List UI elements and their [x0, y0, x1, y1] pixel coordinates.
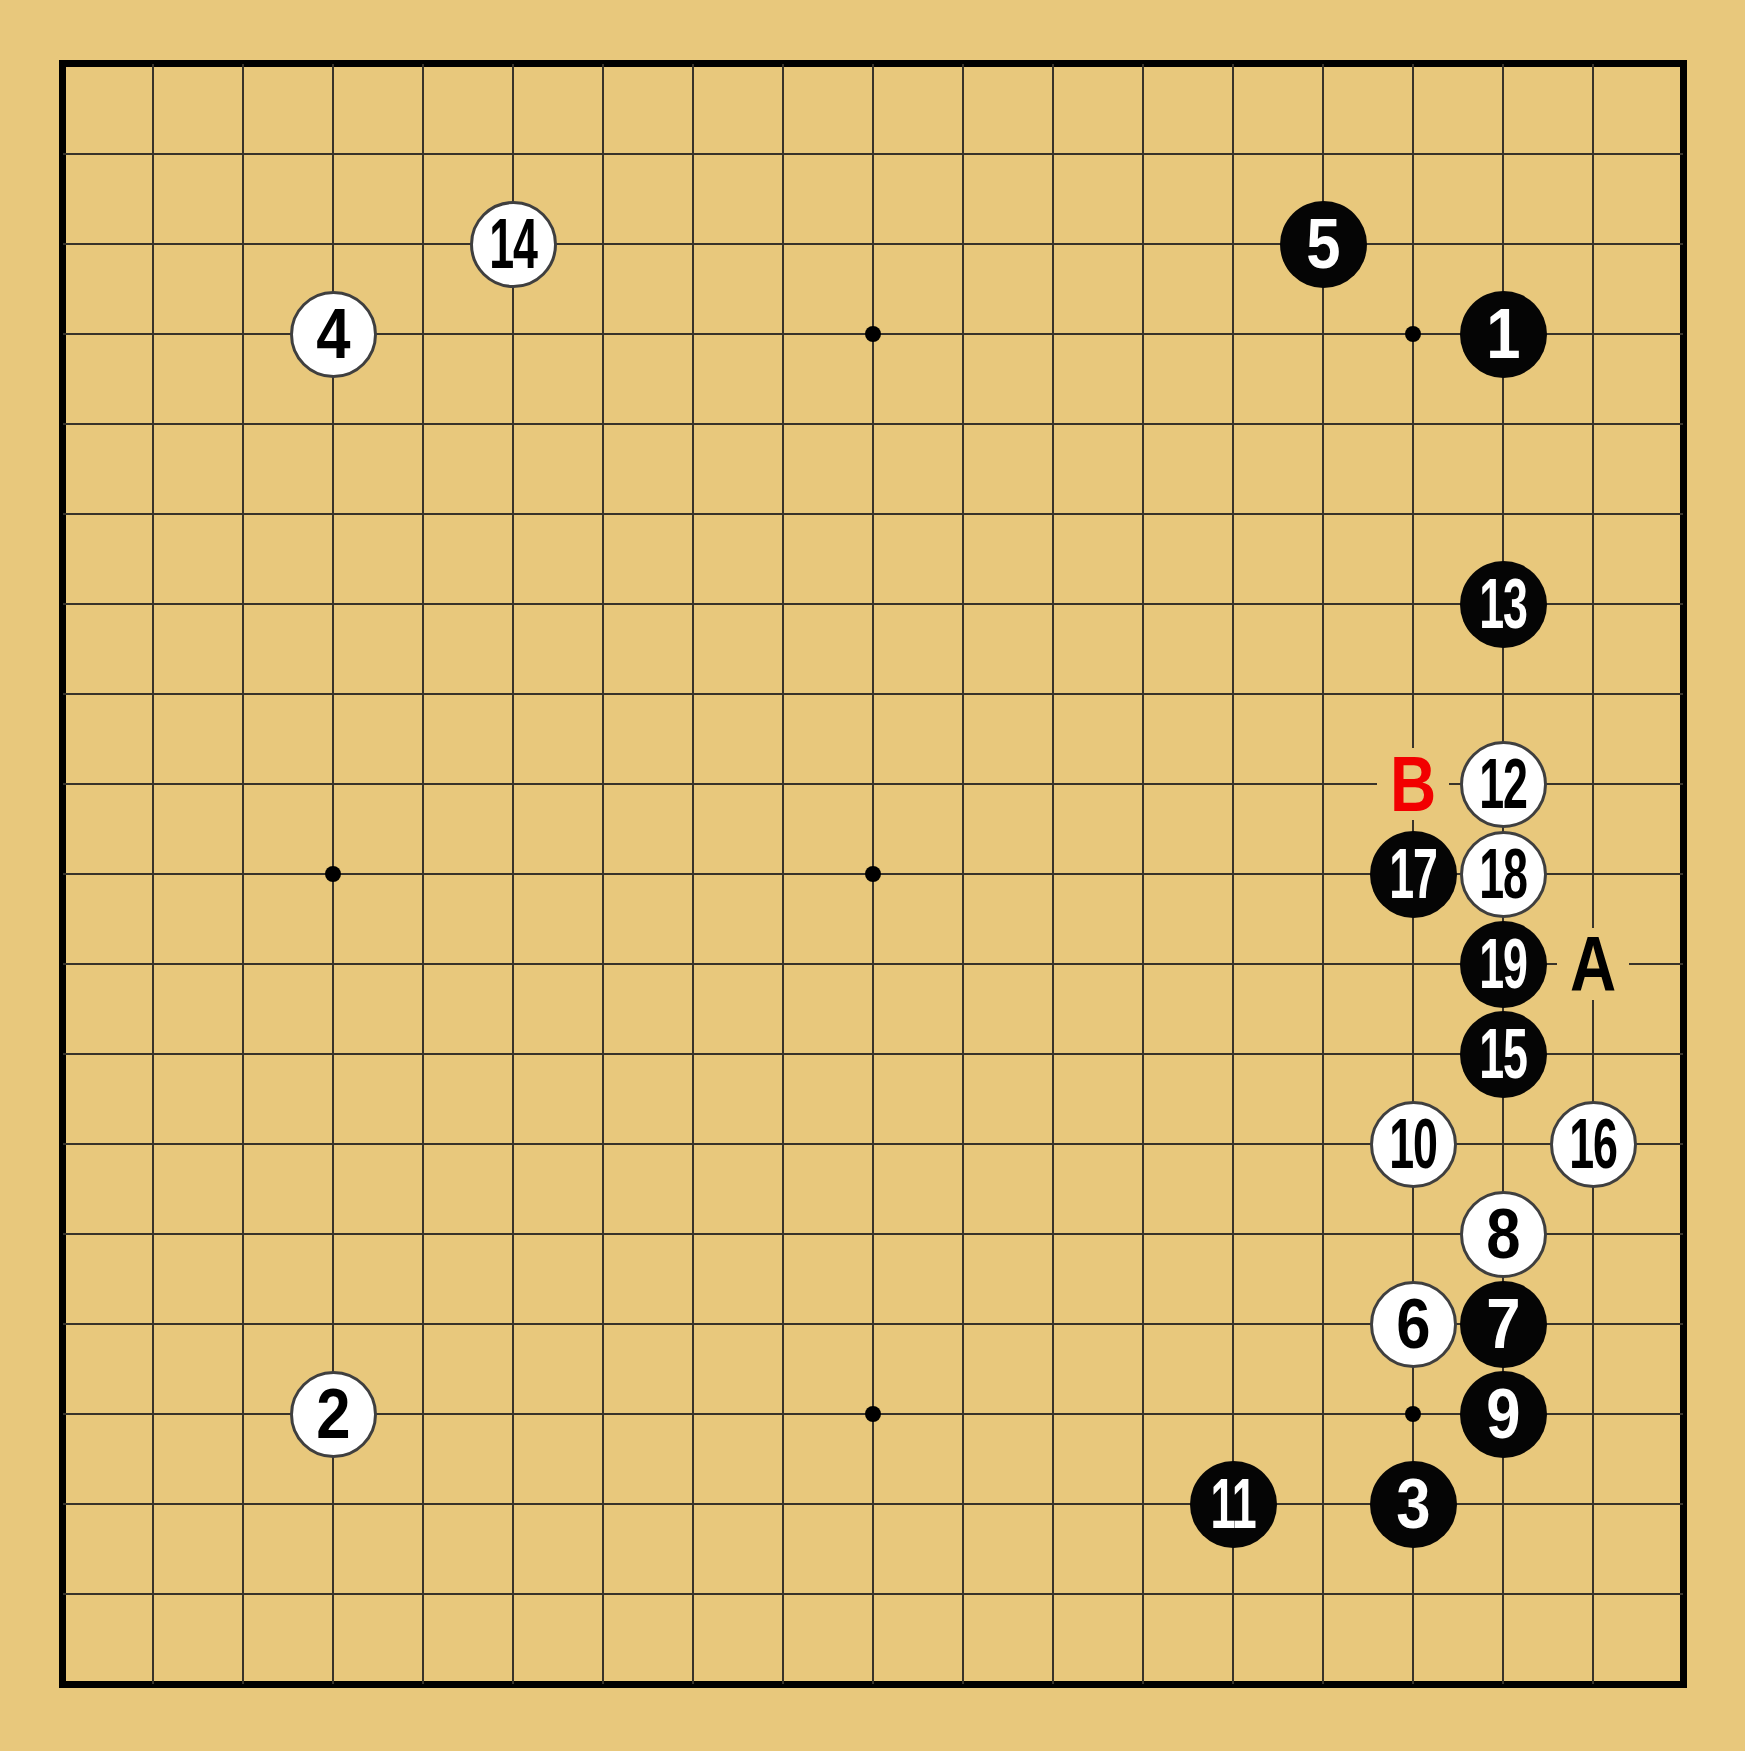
go-board: 12345678910111213141516171819AB: [18, 19, 1728, 1729]
stone-white-4: 4: [290, 291, 377, 378]
point-label-text: B: [1390, 745, 1436, 823]
stone-move-number: 9: [1486, 1379, 1520, 1449]
stone-white-2: 2: [290, 1371, 377, 1458]
stone-move-number: 5: [1306, 209, 1340, 279]
stone-white-16: 16: [1550, 1101, 1637, 1188]
point-label-A: A: [1557, 928, 1629, 1000]
stone-black-5: 5: [1280, 201, 1367, 288]
stone-white-18: 18: [1460, 831, 1547, 918]
stone-black-17: 17: [1370, 831, 1457, 918]
stone-move-number: 2: [316, 1379, 350, 1449]
go-diagram: 12345678910111213141516171819AB: [0, 0, 1745, 1751]
stone-white-8: 8: [1460, 1191, 1547, 1278]
stone-move-number: 7: [1486, 1289, 1520, 1359]
stone-black-19: 19: [1460, 921, 1547, 1008]
stone-move-number: 15: [1479, 1019, 1526, 1089]
stone-black-11: 11: [1190, 1461, 1277, 1548]
stone-move-number: 13: [1479, 569, 1526, 639]
stone-black-3: 3: [1370, 1461, 1457, 1548]
stone-black-13: 13: [1460, 561, 1547, 648]
stone-move-number: 8: [1486, 1199, 1520, 1269]
stone-black-1: 1: [1460, 291, 1547, 378]
stone-white-12: 12: [1460, 741, 1547, 828]
stone-black-7: 7: [1460, 1281, 1547, 1368]
stone-black-15: 15: [1460, 1011, 1547, 1098]
stone-move-number: 19: [1479, 929, 1526, 999]
star-point: [1405, 1406, 1421, 1422]
star-point: [865, 1406, 881, 1422]
stone-move-number: 14: [489, 209, 536, 279]
stone-white-6: 6: [1370, 1281, 1457, 1368]
stone-move-number: 4: [316, 299, 350, 369]
star-point: [325, 866, 341, 882]
stone-move-number: 12: [1479, 749, 1526, 819]
stone-white-14: 14: [470, 201, 557, 288]
stone-move-number: 17: [1389, 839, 1436, 909]
point-label-B: B: [1377, 748, 1449, 820]
stone-move-number: 10: [1389, 1109, 1436, 1179]
stone-move-number: 11: [1211, 1469, 1256, 1539]
stone-move-number: 6: [1396, 1289, 1430, 1359]
stone-white-10: 10: [1370, 1101, 1457, 1188]
stone-move-number: 1: [1486, 299, 1520, 369]
stone-move-number: 3: [1396, 1469, 1430, 1539]
star-point: [1405, 326, 1421, 342]
stone-move-number: 18: [1479, 839, 1526, 909]
star-point: [865, 326, 881, 342]
point-label-text: A: [1570, 925, 1616, 1003]
stone-move-number: 16: [1569, 1109, 1616, 1179]
star-point: [865, 866, 881, 882]
stone-black-9: 9: [1460, 1371, 1547, 1458]
